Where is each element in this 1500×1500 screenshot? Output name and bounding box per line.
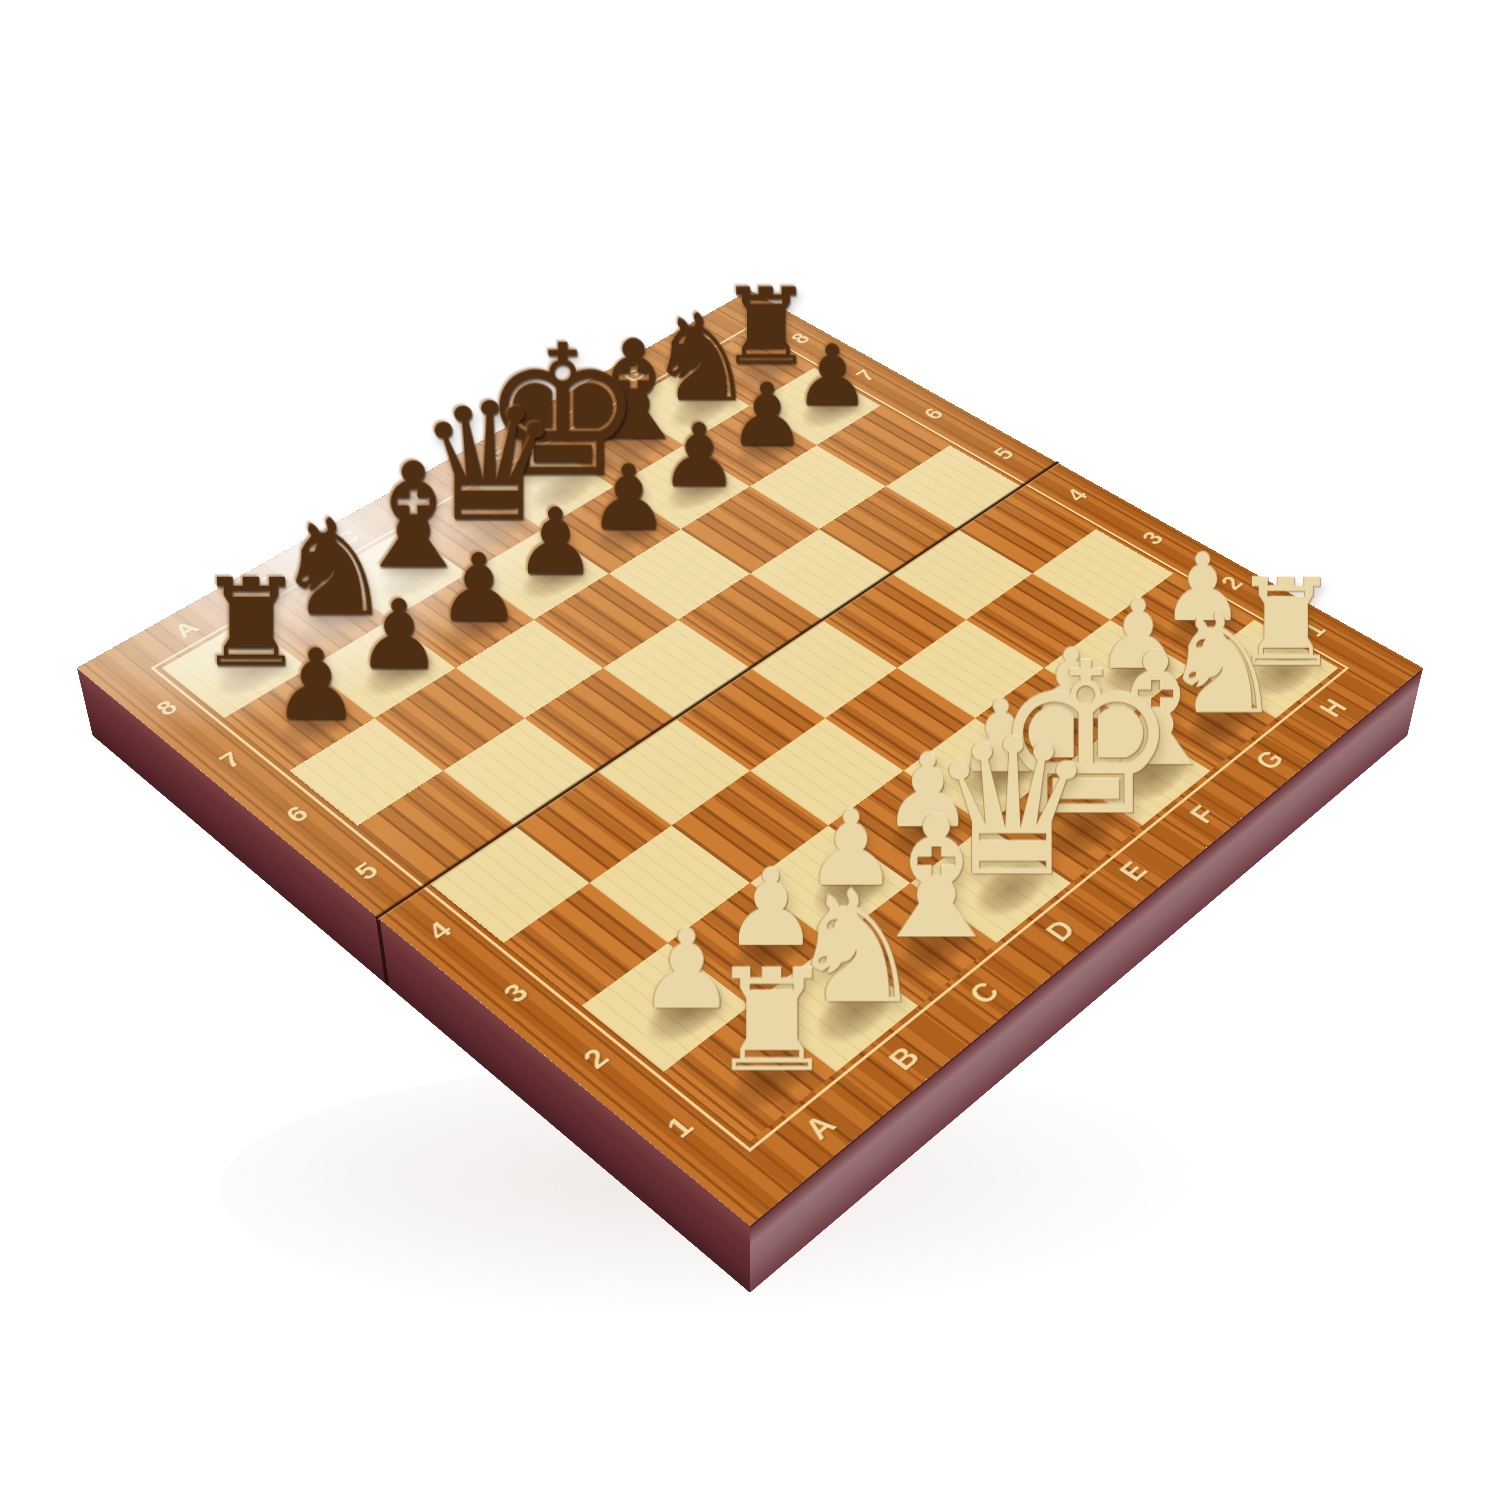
chess-set-photo: ABCDEFGH ABCDEFGH 87654321 87654321 ♜♞♝♛… xyxy=(0,0,1500,1500)
square-a1[interactable]: ♜ xyxy=(664,1006,836,1141)
piece-black-pawn-c7[interactable]: ♟ xyxy=(437,543,521,632)
piece-black-pawn-e7[interactable]: ♟ xyxy=(588,455,669,540)
piece-black-pawn-d7[interactable]: ♟ xyxy=(514,498,596,585)
piece-black-pawn-a7[interactable]: ♟ xyxy=(272,638,359,731)
chess-board: ABCDEFGH ABCDEFGH 87654321 87654321 ♜♞♝♛… xyxy=(77,290,1423,1226)
piece-white-rook-a1[interactable]: ♜ xyxy=(708,954,835,1088)
piece-black-pawn-g7[interactable]: ♟ xyxy=(728,373,805,455)
piece-black-pawn-f7[interactable]: ♟ xyxy=(659,413,738,497)
board-face: ABCDEFGH ABCDEFGH 87654321 87654321 ♜♞♝♛… xyxy=(77,290,1423,1226)
board-squares: ♜♞♝♛♚♝♞♜♟♟♟♟♟♟♟♟♟♟♟♟♟♟♟♟♜♞♝♛♚♝♞♜ xyxy=(162,331,1339,1141)
piece-black-pawn-b7[interactable]: ♟ xyxy=(356,590,442,681)
